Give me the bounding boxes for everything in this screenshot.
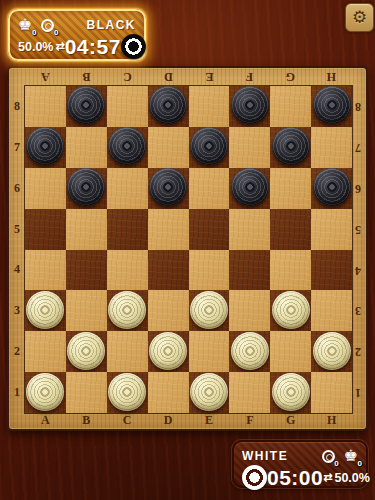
- square-b4[interactable]: [66, 250, 107, 291]
- square-d7[interactable]: [148, 127, 189, 168]
- white-captured-men: 0: [322, 447, 335, 465]
- square-e4[interactable]: [189, 250, 230, 291]
- checkers-board: ABCDEFGH ABCDEFGH 87654321 87654321: [7, 66, 368, 431]
- coord-label: 6: [9, 168, 25, 209]
- square-d4[interactable]: [148, 250, 189, 291]
- white-man-c1[interactable]: [108, 373, 146, 411]
- coord-label: G: [270, 68, 311, 86]
- board-grid: [25, 86, 352, 413]
- black-captured-kings: ♚ 0: [18, 16, 32, 34]
- square-b3[interactable]: [66, 290, 107, 331]
- coord-label: 1: [350, 372, 366, 413]
- square-a8[interactable]: [25, 86, 66, 127]
- square-a2[interactable]: [25, 331, 66, 372]
- coord-label: H: [311, 68, 352, 86]
- white-captured-group: 0 ♚ 0: [322, 447, 358, 465]
- white-timer: 05:00: [267, 466, 323, 490]
- coord-label: 6: [350, 168, 366, 209]
- coord-label: B: [66, 411, 107, 429]
- square-c6[interactable]: [107, 168, 148, 209]
- square-g1[interactable]: [270, 372, 311, 413]
- square-e3[interactable]: [189, 290, 230, 331]
- white-man-e1[interactable]: [190, 373, 228, 411]
- square-h3[interactable]: [311, 290, 352, 331]
- square-f5[interactable]: [229, 209, 270, 250]
- square-f3[interactable]: [229, 290, 270, 331]
- white-man-d2[interactable]: [149, 332, 187, 370]
- white-panel-bottom-row: 05:00 ⇄ 50.0%: [242, 465, 358, 490]
- black-man-f8[interactable]: [231, 86, 269, 124]
- coord-label: 8: [9, 86, 25, 127]
- coords-top: ABCDEFGH: [25, 68, 352, 86]
- coord-label: 4: [350, 250, 366, 291]
- white-man-g3[interactable]: [272, 291, 310, 329]
- white-man-c3[interactable]: [108, 291, 146, 329]
- coord-label: D: [148, 411, 189, 429]
- coord-label: E: [189, 68, 230, 86]
- square-b2[interactable]: [66, 331, 107, 372]
- square-g3[interactable]: [270, 290, 311, 331]
- white-man-e3[interactable]: [190, 291, 228, 329]
- swap-arrows-icon: ⇄: [323, 471, 332, 484]
- coord-label: 2: [350, 331, 366, 372]
- square-c7[interactable]: [107, 127, 148, 168]
- square-e5[interactable]: [189, 209, 230, 250]
- square-g8[interactable]: [270, 86, 311, 127]
- white-captured-kings: ♚ 0: [344, 447, 358, 465]
- square-f6[interactable]: [229, 168, 270, 209]
- white-man-a1[interactable]: [26, 373, 64, 411]
- square-g7[interactable]: [270, 127, 311, 168]
- black-man-g7[interactable]: [272, 127, 310, 165]
- coord-label: 3: [350, 290, 366, 331]
- square-h1[interactable]: [311, 372, 352, 413]
- black-captured-group: ♚ 0 0: [18, 16, 54, 34]
- coord-label: 3: [9, 290, 25, 331]
- piece-icon: [322, 450, 335, 463]
- black-win-percent: 50.0% ⇄: [18, 40, 65, 54]
- black-panel-bottom-row: 50.0% ⇄ 04:57: [18, 34, 136, 59]
- square-a7[interactable]: [25, 127, 66, 168]
- square-b7[interactable]: [66, 127, 107, 168]
- black-man-d8[interactable]: [149, 86, 187, 124]
- black-man-a7[interactable]: [26, 127, 64, 165]
- king-icon: ♚: [344, 448, 358, 464]
- square-g2[interactable]: [270, 331, 311, 372]
- square-f7[interactable]: [229, 127, 270, 168]
- coord-label: B: [66, 68, 107, 86]
- square-e8[interactable]: [189, 86, 230, 127]
- square-c4[interactable]: [107, 250, 148, 291]
- white-man-h2[interactable]: [313, 332, 351, 370]
- square-d2[interactable]: [148, 331, 189, 372]
- square-h5[interactable]: [311, 209, 352, 250]
- gear-icon: ⚙: [352, 9, 367, 26]
- coord-label: 1: [9, 372, 25, 413]
- white-man-g1[interactable]: [272, 373, 310, 411]
- coord-label: A: [25, 411, 66, 429]
- square-a1[interactable]: [25, 372, 66, 413]
- coords-right: 87654321: [350, 86, 366, 413]
- coord-label: C: [107, 68, 148, 86]
- square-d6[interactable]: [148, 168, 189, 209]
- square-b8[interactable]: [66, 86, 107, 127]
- coord-label: 5: [9, 209, 25, 250]
- white-win-percent: ⇄ 50.0%: [323, 471, 370, 485]
- settings-button[interactable]: ⚙: [345, 3, 374, 32]
- square-e6[interactable]: [189, 168, 230, 209]
- coord-label: C: [107, 411, 148, 429]
- square-b6[interactable]: [66, 168, 107, 209]
- black-man-b8[interactable]: [67, 86, 105, 124]
- coords-bottom: ABCDEFGH: [25, 411, 352, 429]
- square-h4[interactable]: [311, 250, 352, 291]
- square-g5[interactable]: [270, 209, 311, 250]
- square-d5[interactable]: [148, 209, 189, 250]
- square-e2[interactable]: [189, 331, 230, 372]
- coord-label: 8: [350, 86, 366, 127]
- black-captured-kings-count: 0: [32, 28, 36, 37]
- game-screen: ♚ 0 0 BLACK 50.0% ⇄ 04:57 ⚙ ABCDEFGH AB: [0, 0, 375, 500]
- square-h8[interactable]: [311, 86, 352, 127]
- square-f1[interactable]: [229, 372, 270, 413]
- coord-label: 4: [9, 250, 25, 291]
- black-man-h6[interactable]: [313, 168, 351, 206]
- square-a6[interactable]: [25, 168, 66, 209]
- black-player-name: BLACK: [87, 18, 137, 32]
- square-e1[interactable]: [189, 372, 230, 413]
- coord-label: 7: [350, 127, 366, 168]
- black-man-c7[interactable]: [108, 127, 146, 165]
- square-d3[interactable]: [148, 290, 189, 331]
- square-c1[interactable]: [107, 372, 148, 413]
- square-f2[interactable]: [229, 331, 270, 372]
- black-man-b6[interactable]: [67, 168, 105, 206]
- black-man-e7[interactable]: [190, 127, 228, 165]
- coord-label: F: [229, 411, 270, 429]
- coord-label: A: [25, 68, 66, 86]
- white-man-b2[interactable]: [67, 332, 105, 370]
- square-c3[interactable]: [107, 290, 148, 331]
- coord-label: 5: [350, 209, 366, 250]
- black-man-f6[interactable]: [231, 168, 269, 206]
- black-timer: 04:57: [65, 35, 121, 59]
- square-f8[interactable]: [229, 86, 270, 127]
- square-c5[interactable]: [107, 209, 148, 250]
- square-g4[interactable]: [270, 250, 311, 291]
- black-captured-men-count: 0: [54, 28, 58, 37]
- black-piece-icon: [121, 34, 146, 59]
- coord-label: 2: [9, 331, 25, 372]
- square-f4[interactable]: [229, 250, 270, 291]
- square-g6[interactable]: [270, 168, 311, 209]
- coord-label: G: [270, 411, 311, 429]
- coord-label: F: [229, 68, 270, 86]
- white-man-a3[interactable]: [26, 291, 64, 329]
- white-player-panel: WHITE 0 ♚ 0 05:00 ⇄ 50.0%: [232, 440, 368, 488]
- white-win-percent-value: 50.0%: [334, 471, 369, 485]
- king-icon: ♚: [18, 17, 32, 33]
- square-h2[interactable]: [311, 331, 352, 372]
- square-a3[interactable]: [25, 290, 66, 331]
- swap-arrows-icon: ⇄: [55, 40, 64, 53]
- square-a5[interactable]: [25, 209, 66, 250]
- square-h6[interactable]: [311, 168, 352, 209]
- coord-label: 7: [9, 127, 25, 168]
- coord-label: D: [148, 68, 189, 86]
- piece-icon: [41, 19, 54, 32]
- square-c2[interactable]: [107, 331, 148, 372]
- white-panel-top-row: WHITE 0 ♚ 0: [242, 447, 358, 465]
- black-man-h8[interactable]: [313, 86, 351, 124]
- square-a4[interactable]: [25, 250, 66, 291]
- black-man-d6[interactable]: [149, 168, 187, 206]
- black-panel-top-row: ♚ 0 0 BLACK: [18, 16, 136, 34]
- square-h7[interactable]: [311, 127, 352, 168]
- coords-left: 87654321: [9, 86, 25, 413]
- white-captured-men-count: 0: [334, 459, 338, 468]
- white-captured-kings-count: 0: [358, 459, 362, 468]
- white-piece-icon: [242, 465, 267, 490]
- square-e7[interactable]: [189, 127, 230, 168]
- coord-label: E: [189, 411, 230, 429]
- black-captured-men: 0: [41, 16, 54, 34]
- black-win-percent-value: 50.0%: [18, 40, 53, 54]
- coord-label: H: [311, 411, 352, 429]
- square-c8[interactable]: [107, 86, 148, 127]
- white-player-name: WHITE: [242, 449, 288, 463]
- square-b1[interactable]: [66, 372, 107, 413]
- square-d1[interactable]: [148, 372, 189, 413]
- square-b5[interactable]: [66, 209, 107, 250]
- black-player-panel: ♚ 0 0 BLACK 50.0% ⇄ 04:57: [8, 9, 146, 61]
- square-d8[interactable]: [148, 86, 189, 127]
- white-man-f2[interactable]: [231, 332, 269, 370]
